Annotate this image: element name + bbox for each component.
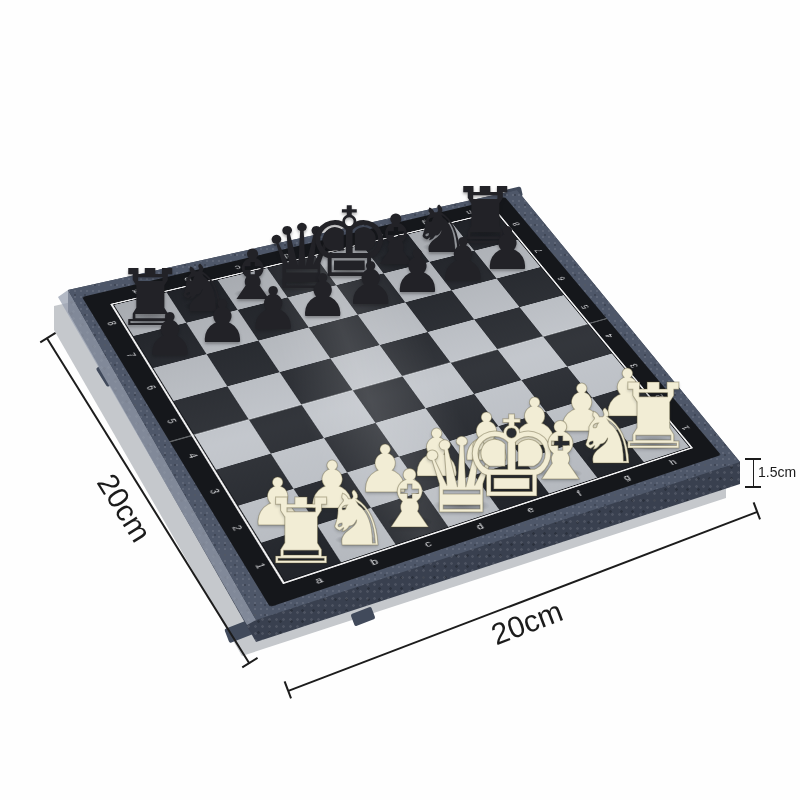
height-dimension-label: 1.5cm	[758, 464, 796, 480]
dimension-tick	[745, 486, 761, 488]
piece-black-pawn: ♟	[481, 219, 534, 278]
piece-black-pawn: ♟	[296, 266, 349, 325]
pieces-layer: ♜♞♝♛♚♝♞♜♟♟♟♟♟♟♟♟♟♟♟♟♟♟♟♟♜♞♝♛♚♝♞♜	[0, 0, 800, 800]
piece-black-pawn: ♟	[196, 292, 249, 351]
dimension-line	[753, 459, 755, 487]
piece-black-pawn: ♟	[247, 279, 300, 338]
piece-black-pawn: ♟	[144, 305, 197, 364]
piece-white-rook: ♜	[613, 373, 694, 464]
piece-black-pawn: ♟	[344, 254, 397, 313]
dimension-tick	[745, 458, 761, 460]
product-photo-scene: aabbccddeeffgghh8877665544332211 ♜♞♝♛♚♝♞…	[0, 0, 800, 800]
